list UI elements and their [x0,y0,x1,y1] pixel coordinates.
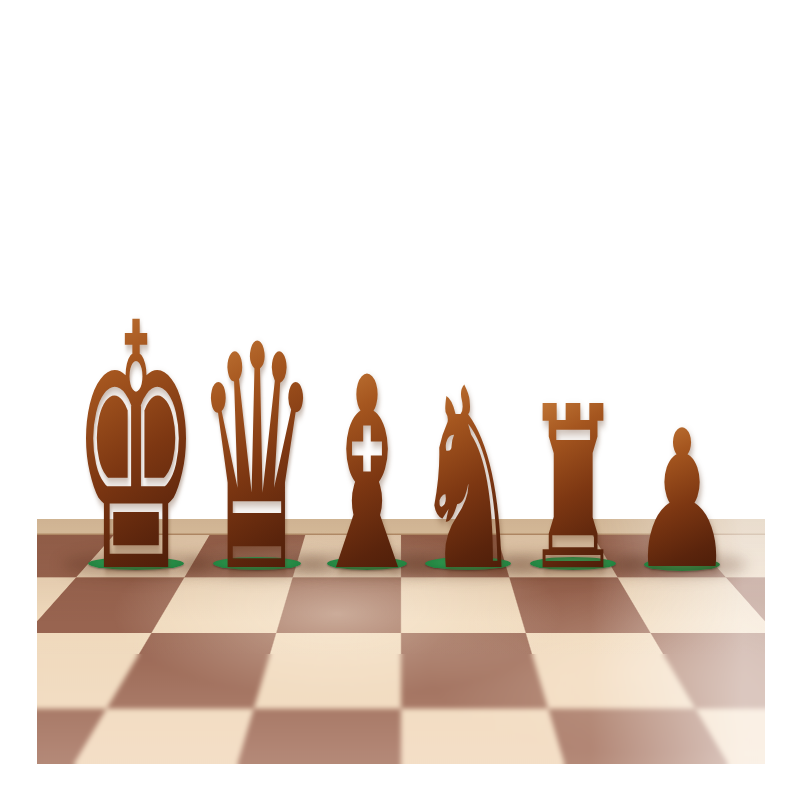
board-square [254,633,401,709]
pawn-glyph: ♟ [631,406,733,596]
product-photo: ♚ ♛ ♝ ♞ ♜ ♟ [0,0,800,800]
board-square [401,633,548,709]
chess-piece-pawn: ♟ [597,406,767,596]
